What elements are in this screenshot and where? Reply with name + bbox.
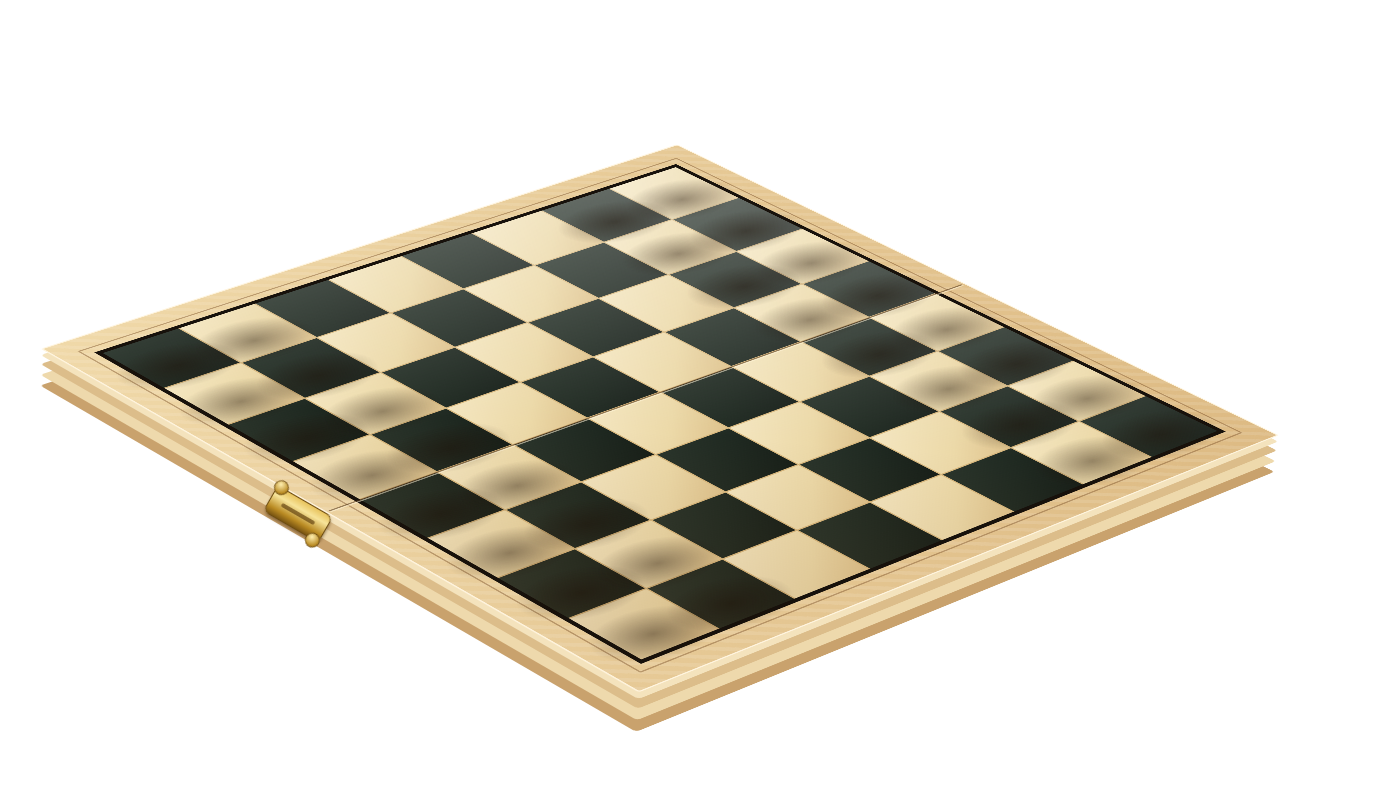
piece-glyph: ♜ [471, 408, 818, 630]
perspective-stage: ♜♝♞♛♚♞♝♜♟♟♟♟♟♟♟♟♜♝♞♛♚♝♞♜♟♟♟♟♟♟♟♟ [0, 0, 1381, 797]
clasp-slot [281, 503, 316, 525]
chess-board: ♜♝♞♛♚♞♝♜♟♟♟♟♟♟♟♟♜♝♞♛♚♝♞♜♟♟♟♟♟♟♟♟ [41, 144, 1280, 692]
square-h3[interactable] [943, 448, 1083, 511]
chess-set-photo: ♜♝♞♛♚♞♝♜♟♟♟♟♟♟♟♟♜♝♞♛♚♝♞♜♟♟♟♟♟♟♟♟ [0, 0, 1381, 797]
piece-glyph: ♟ [921, 286, 1245, 458]
